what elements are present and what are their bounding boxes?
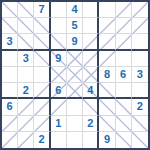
sudoku-grid: 7453939863264621229 <box>2 2 148 148</box>
cell-r5c6[interactable] <box>83 67 99 83</box>
given-digit: 5 <box>71 20 77 31</box>
cell-r3c8[interactable] <box>116 34 132 50</box>
cell-r8c2[interactable] <box>18 116 34 132</box>
cell-r3c9[interactable] <box>132 34 148 50</box>
cell-r2c4[interactable] <box>51 18 67 34</box>
cell-r9c9[interactable] <box>132 132 148 148</box>
cell-r5c9[interactable]: 3 <box>132 67 148 83</box>
cell-r9c1[interactable] <box>2 132 18 148</box>
cell-r3c3[interactable] <box>34 34 50 50</box>
given-digit: 6 <box>7 101 13 112</box>
given-digit: 9 <box>71 36 77 47</box>
cell-r4c4[interactable]: 9 <box>51 51 67 67</box>
cell-r9c8[interactable] <box>116 132 132 148</box>
cell-r4c9[interactable] <box>132 51 148 67</box>
cell-r2c9[interactable] <box>132 18 148 34</box>
cell-r5c2[interactable] <box>18 67 34 83</box>
cell-r7c2[interactable] <box>18 99 34 115</box>
cell-r6c7[interactable] <box>99 83 115 99</box>
cell-r4c5[interactable] <box>67 51 83 67</box>
cell-r5c7[interactable]: 8 <box>99 67 115 83</box>
cell-r7c6[interactable] <box>83 99 99 115</box>
cell-r5c1[interactable] <box>2 67 18 83</box>
cell-r1c8[interactable] <box>116 2 132 18</box>
cell-r3c7[interactable] <box>99 34 115 50</box>
cell-r8c8[interactable] <box>116 116 132 132</box>
cell-r3c6[interactable] <box>83 34 99 50</box>
cell-r7c3[interactable] <box>34 99 50 115</box>
cell-r7c8[interactable] <box>116 99 132 115</box>
cell-r9c7[interactable]: 9 <box>99 132 115 148</box>
sudoku-board: 7453939863264621229 <box>0 0 150 150</box>
cell-r1c3[interactable]: 7 <box>34 2 50 18</box>
cell-r9c6[interactable] <box>83 132 99 148</box>
given-digit: 6 <box>120 69 126 80</box>
cell-r8c1[interactable] <box>2 116 18 132</box>
cell-r7c9[interactable]: 2 <box>132 99 148 115</box>
cell-r9c4[interactable] <box>51 132 67 148</box>
given-digit: 3 <box>137 69 143 80</box>
given-digit: 1 <box>55 118 61 129</box>
cell-r1c5[interactable]: 4 <box>67 2 83 18</box>
given-digit: 2 <box>23 85 29 96</box>
given-digit: 2 <box>38 134 44 145</box>
cell-r3c5[interactable]: 9 <box>67 34 83 50</box>
cell-r7c1[interactable]: 6 <box>2 99 18 115</box>
cell-r1c1[interactable] <box>2 2 18 18</box>
cell-r5c5[interactable] <box>67 67 83 83</box>
cell-r4c1[interactable] <box>2 51 18 67</box>
cell-r8c6[interactable]: 2 <box>83 116 99 132</box>
cell-r2c2[interactable] <box>18 18 34 34</box>
cell-r7c5[interactable] <box>67 99 83 115</box>
cell-r4c8[interactable] <box>116 51 132 67</box>
cell-r6c3[interactable] <box>34 83 50 99</box>
given-digit: 7 <box>38 4 44 15</box>
cell-r2c5[interactable]: 5 <box>67 18 83 34</box>
cell-r4c2[interactable]: 3 <box>18 51 34 67</box>
given-digit: 4 <box>71 4 77 15</box>
cell-r9c3[interactable]: 2 <box>34 132 50 148</box>
cell-r8c5[interactable] <box>67 116 83 132</box>
cell-r9c2[interactable] <box>18 132 34 148</box>
given-digit: 3 <box>23 53 29 64</box>
given-digit: 4 <box>87 85 93 96</box>
given-digit: 6 <box>55 85 61 96</box>
cell-r8c7[interactable] <box>99 116 115 132</box>
cell-r2c8[interactable] <box>116 18 132 34</box>
given-digit: 2 <box>87 118 93 129</box>
cell-r1c2[interactable] <box>18 2 34 18</box>
cell-r2c6[interactable] <box>83 18 99 34</box>
cell-r5c8[interactable]: 6 <box>116 67 132 83</box>
given-digit: 2 <box>137 101 143 112</box>
cell-r9c5[interactable] <box>67 132 83 148</box>
cell-r8c4[interactable]: 1 <box>51 116 67 132</box>
given-digit: 8 <box>104 69 110 80</box>
cell-r6c8[interactable] <box>116 83 132 99</box>
cell-r3c1[interactable]: 3 <box>2 34 18 50</box>
cell-r1c6[interactable] <box>83 2 99 18</box>
cell-r5c3[interactable] <box>34 67 50 83</box>
cell-r4c7[interactable] <box>99 51 115 67</box>
cell-r4c3[interactable] <box>34 51 50 67</box>
cell-r2c3[interactable] <box>34 18 50 34</box>
cell-r8c3[interactable] <box>34 116 50 132</box>
cell-r7c7[interactable] <box>99 99 115 115</box>
cell-r1c4[interactable] <box>51 2 67 18</box>
cell-r6c6[interactable]: 4 <box>83 83 99 99</box>
cell-r6c9[interactable] <box>132 83 148 99</box>
given-digit: 9 <box>104 134 110 145</box>
cell-r2c1[interactable] <box>2 18 18 34</box>
cell-r6c4[interactable]: 6 <box>51 83 67 99</box>
cell-r7c4[interactable] <box>51 99 67 115</box>
cell-r4c6[interactable] <box>83 51 99 67</box>
cell-r5c4[interactable] <box>51 67 67 83</box>
given-digit: 9 <box>55 53 61 64</box>
cell-r1c7[interactable] <box>99 2 115 18</box>
cell-r2c7[interactable] <box>99 18 115 34</box>
cell-r8c9[interactable] <box>132 116 148 132</box>
cell-r6c5[interactable] <box>67 83 83 99</box>
cell-r6c1[interactable] <box>2 83 18 99</box>
given-digit: 3 <box>7 36 13 47</box>
cell-r1c9[interactable] <box>132 2 148 18</box>
cell-r6c2[interactable]: 2 <box>18 83 34 99</box>
cell-r3c2[interactable] <box>18 34 34 50</box>
cell-r3c4[interactable] <box>51 34 67 50</box>
